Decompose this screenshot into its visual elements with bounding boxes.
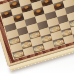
- checkers-board[interactable]: ⛂⛂⛂⛂⛂⛂⛂⛂⛂⛂⛂⛂⛂⛂⛂⛂⛂⛂⛂⛂⛂⛂⛂⛂: [0, 0, 74, 66]
- checkers-set-photo: ⛂⛂⛂⛂⛂⛂⛂⛂⛂⛂⛂⛂⛂⛂⛂⛂⛂⛂⛂⛂⛂⛂⛂⛂: [0, 0, 74, 74]
- board-perspective-wrapper: ⛂⛂⛂⛂⛂⛂⛂⛂⛂⛂⛂⛂⛂⛂⛂⛂⛂⛂⛂⛂⛂⛂⛂⛂: [0, 0, 74, 66]
